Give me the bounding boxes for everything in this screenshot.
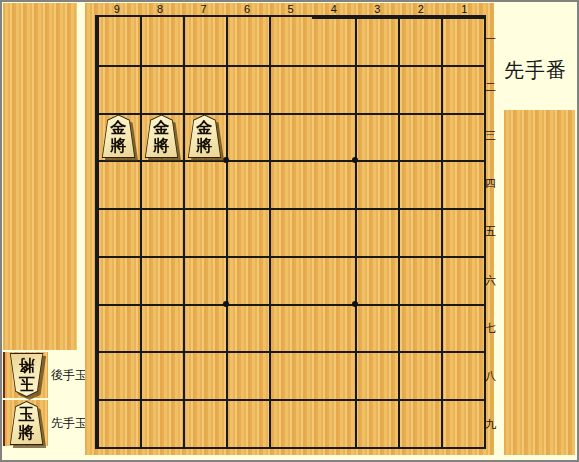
shogi-piece[interactable]: 金將 <box>186 114 223 158</box>
board-square[interactable] <box>441 399 484 447</box>
board-square[interactable] <box>312 160 355 208</box>
board-square[interactable] <box>398 304 441 352</box>
rank-label: 六 <box>485 256 496 304</box>
rank-label: 五 <box>485 208 496 256</box>
board-square[interactable] <box>269 304 312 352</box>
board-square[interactable] <box>398 208 441 256</box>
board-square[interactable] <box>140 351 183 399</box>
board-square[interactable] <box>312 304 355 352</box>
board-square[interactable] <box>269 208 312 256</box>
board-square[interactable] <box>183 65 226 113</box>
board-square[interactable] <box>398 17 441 65</box>
file-label: 3 <box>356 3 399 15</box>
board-square[interactable] <box>441 65 484 113</box>
board-square[interactable] <box>97 399 140 447</box>
board-square[interactable] <box>355 160 398 208</box>
board-square[interactable] <box>312 256 355 304</box>
board-square[interactable] <box>140 304 183 352</box>
board-square[interactable] <box>398 160 441 208</box>
rank-label: 四 <box>485 160 496 208</box>
shogi-piece: 玉將 <box>8 401 45 445</box>
board-square[interactable] <box>312 17 355 65</box>
rank-label: 二 <box>485 63 496 111</box>
board-square[interactable] <box>312 399 355 447</box>
file-labels: 987654321 <box>95 3 486 15</box>
board-square[interactable] <box>312 208 355 256</box>
rank-label: 七 <box>485 304 496 352</box>
file-label: 7 <box>182 3 225 15</box>
piece-kanji: 金將 <box>100 114 137 158</box>
shogi-diagram-window: 玉將 後手玉 玉將 先手玉 987654321 一二三四五六七八九 金將金將金將… <box>0 0 579 462</box>
board-square[interactable] <box>398 256 441 304</box>
board-square[interactable] <box>97 256 140 304</box>
piece-kanji: 金將 <box>186 114 223 158</box>
sente-piece-stand <box>504 110 575 455</box>
board-square[interactable] <box>97 65 140 113</box>
star-point <box>352 157 358 163</box>
board-square[interactable] <box>441 256 484 304</box>
legend-cell-gote-king: 玉將 <box>3 352 48 398</box>
file-label: 6 <box>225 3 268 15</box>
board-square[interactable] <box>226 17 269 65</box>
board-square[interactable] <box>226 208 269 256</box>
board-square[interactable] <box>441 17 484 65</box>
file-label: 8 <box>138 3 181 15</box>
board-square[interactable] <box>97 351 140 399</box>
star-point <box>352 301 358 307</box>
board-square[interactable] <box>355 113 398 161</box>
board-square[interactable] <box>226 256 269 304</box>
board-square[interactable] <box>140 256 183 304</box>
board-square[interactable] <box>355 65 398 113</box>
board-square[interactable] <box>398 113 441 161</box>
star-point <box>223 301 229 307</box>
board-square[interactable] <box>269 399 312 447</box>
board-square[interactable] <box>183 208 226 256</box>
board-square[interactable] <box>269 160 312 208</box>
board-square[interactable] <box>269 351 312 399</box>
board-square[interactable] <box>97 17 140 65</box>
board-square[interactable] <box>269 113 312 161</box>
board-square[interactable] <box>226 304 269 352</box>
shogi-diagram: 玉將 後手玉 玉將 先手玉 987654321 一二三四五六七八九 金將金將金將… <box>2 2 577 460</box>
board-square[interactable] <box>312 65 355 113</box>
rank-label: 九 <box>485 401 496 449</box>
board-square[interactable] <box>441 351 484 399</box>
rank-label: 八 <box>485 353 496 401</box>
shogi-piece[interactable]: 金將 <box>100 114 137 158</box>
board-square[interactable] <box>140 65 183 113</box>
file-label: 2 <box>399 3 442 15</box>
board-square[interactable] <box>183 160 226 208</box>
board-square[interactable] <box>355 256 398 304</box>
piece-kanji: 玉將 <box>8 353 45 397</box>
board-square[interactable] <box>441 160 484 208</box>
board-square[interactable] <box>140 160 183 208</box>
rank-label: 三 <box>485 111 496 159</box>
board-square[interactable] <box>355 208 398 256</box>
file-label: 9 <box>95 3 138 15</box>
gote-piece-stand <box>3 3 77 350</box>
rank-labels: 一二三四五六七八九 <box>485 15 496 449</box>
piece-kanji: 金將 <box>143 114 180 158</box>
board-square[interactable] <box>97 208 140 256</box>
board-square[interactable] <box>97 304 140 352</box>
board-square[interactable] <box>312 113 355 161</box>
board-square[interactable] <box>269 17 312 65</box>
board-square[interactable] <box>398 351 441 399</box>
board-square[interactable] <box>140 208 183 256</box>
board-square[interactable] <box>441 113 484 161</box>
board-square[interactable] <box>355 399 398 447</box>
file-label: 4 <box>312 3 355 15</box>
board-square[interactable] <box>269 65 312 113</box>
board-square[interactable] <box>183 304 226 352</box>
board-square[interactable] <box>355 304 398 352</box>
board-square[interactable] <box>183 17 226 65</box>
board-square[interactable] <box>355 17 398 65</box>
board-square[interactable] <box>398 399 441 447</box>
board-square[interactable] <box>312 351 355 399</box>
board-grid: 金將金將金將 <box>95 15 486 449</box>
board-square[interactable] <box>183 351 226 399</box>
board-square[interactable] <box>226 113 269 161</box>
file-label: 5 <box>269 3 312 15</box>
board-square[interactable] <box>226 351 269 399</box>
board-square[interactable] <box>226 399 269 447</box>
star-point <box>223 157 229 163</box>
board-square[interactable] <box>441 208 484 256</box>
board-square[interactable] <box>226 65 269 113</box>
board-square[interactable] <box>183 399 226 447</box>
file-label: 1 <box>443 3 486 15</box>
turn-indicator: 先手番 <box>504 57 567 84</box>
board-square[interactable] <box>226 160 269 208</box>
board-square[interactable] <box>140 17 183 65</box>
board-square[interactable] <box>183 256 226 304</box>
board-square[interactable] <box>269 256 312 304</box>
rank-label: 一 <box>485 15 496 63</box>
board-square[interactable] <box>140 399 183 447</box>
board-square[interactable] <box>441 304 484 352</box>
board-square[interactable] <box>355 351 398 399</box>
shogi-piece[interactable]: 金將 <box>143 114 180 158</box>
shogi-piece: 玉將 <box>8 353 45 397</box>
board-square[interactable] <box>97 160 140 208</box>
legend-cell-sente-king: 玉將 <box>3 400 48 446</box>
piece-kanji: 玉將 <box>8 401 45 445</box>
board-square[interactable] <box>398 65 441 113</box>
